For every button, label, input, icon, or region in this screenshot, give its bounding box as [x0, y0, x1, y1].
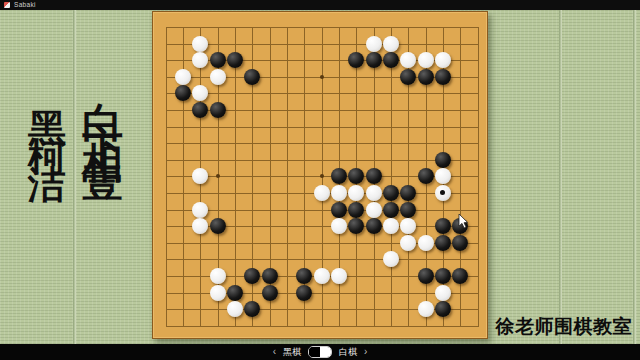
stone-black[interactable]	[383, 202, 399, 218]
stone-white[interactable]	[192, 36, 208, 52]
stone-white[interactable]	[366, 185, 382, 201]
stone-black[interactable]	[418, 168, 434, 184]
next-arrow-icon[interactable]: ›	[364, 344, 367, 360]
stone-white[interactable]	[192, 52, 208, 68]
stone-black[interactable]	[383, 185, 399, 201]
stone-black[interactable]	[175, 85, 191, 101]
stone-black[interactable]	[452, 268, 468, 284]
stone-black[interactable]	[366, 168, 382, 184]
black-half-icon	[309, 347, 320, 357]
stone-white[interactable]	[314, 268, 330, 284]
stone-black[interactable]	[210, 218, 226, 234]
stone-white[interactable]	[210, 285, 226, 301]
window-title: Sabaki	[14, 0, 36, 10]
stone-white[interactable]	[192, 218, 208, 234]
stone-black[interactable]	[452, 235, 468, 251]
stone-white[interactable]	[331, 185, 347, 201]
tatami-seam	[633, 10, 636, 344]
stone-black[interactable]	[383, 52, 399, 68]
stone-white[interactable]	[418, 301, 434, 317]
stone-black[interactable]	[296, 268, 312, 284]
player-toggle-bar: ‹ 黑棋 白棋 ›	[0, 344, 640, 360]
grid-line-v	[166, 27, 167, 327]
stone-black[interactable]	[400, 69, 416, 85]
stone-white[interactable]	[383, 218, 399, 234]
stone-white[interactable]	[383, 251, 399, 267]
stone-white[interactable]	[366, 202, 382, 218]
stone-white[interactable]	[435, 285, 451, 301]
stone-black[interactable]	[400, 202, 416, 218]
white-player-label: 白卞相壹	[76, 70, 131, 146]
stone-white[interactable]	[227, 301, 243, 317]
stone-white[interactable]	[418, 52, 434, 68]
stone-white[interactable]	[331, 218, 347, 234]
stone-white[interactable]	[400, 52, 416, 68]
grid-line-v	[478, 27, 479, 327]
stone-black[interactable]	[348, 202, 364, 218]
stone-white[interactable]	[210, 69, 226, 85]
stone-black[interactable]	[262, 285, 278, 301]
stone-black[interactable]	[331, 202, 347, 218]
stone-white[interactable]	[418, 235, 434, 251]
star-point	[320, 75, 324, 79]
star-point	[320, 174, 324, 178]
stone-black[interactable]	[348, 218, 364, 234]
classroom-caption: 徐老师围棋教室	[496, 314, 633, 340]
stone-white[interactable]	[435, 52, 451, 68]
stone-black[interactable]	[210, 102, 226, 118]
stone-black[interactable]	[244, 69, 260, 85]
stone-white[interactable]	[383, 36, 399, 52]
stone-white[interactable]	[210, 268, 226, 284]
stone-black[interactable]	[435, 69, 451, 85]
stone-black[interactable]	[331, 168, 347, 184]
stone-black[interactable]	[296, 285, 312, 301]
stone-black[interactable]	[262, 268, 278, 284]
tatami-seam	[559, 10, 562, 344]
stone-black[interactable]	[348, 52, 364, 68]
prev-arrow-icon[interactable]: ‹	[273, 344, 276, 360]
stone-black[interactable]	[244, 301, 260, 317]
stone-black[interactable]	[435, 235, 451, 251]
tatami-seam	[73, 10, 76, 344]
stone-white[interactable]	[192, 202, 208, 218]
title-bar: Sabaki	[0, 0, 640, 10]
goban[interactable]	[152, 11, 488, 339]
stone-black[interactable]	[366, 52, 382, 68]
black-turn-label: 黑棋	[283, 346, 301, 359]
app-icon	[4, 2, 10, 8]
stone-black[interactable]	[435, 301, 451, 317]
white-half-icon	[320, 347, 331, 357]
black-player-label: 黑柯洁	[21, 80, 72, 161]
stone-black[interactable]	[366, 218, 382, 234]
turn-toggle-icon[interactable]	[308, 346, 332, 358]
stone-black[interactable]	[435, 268, 451, 284]
stone-black[interactable]	[227, 52, 243, 68]
stone-white[interactable]	[314, 185, 330, 201]
grid-line-v	[235, 27, 236, 327]
stone-black[interactable]	[435, 218, 451, 234]
stone-white[interactable]	[435, 168, 451, 184]
stone-white[interactable]	[348, 185, 364, 201]
stone-black[interactable]	[244, 268, 260, 284]
white-turn-label: 白棋	[339, 346, 357, 359]
stone-black[interactable]	[210, 52, 226, 68]
stone-white[interactable]	[192, 85, 208, 101]
stone-black[interactable]	[435, 152, 451, 168]
star-point	[216, 174, 220, 178]
stone-black[interactable]	[400, 185, 416, 201]
stone-black[interactable]	[227, 285, 243, 301]
stone-black[interactable]	[348, 168, 364, 184]
stone-black[interactable]	[418, 69, 434, 85]
stone-white[interactable]	[400, 235, 416, 251]
grid-line-v	[287, 27, 288, 327]
stone-white[interactable]	[331, 268, 347, 284]
stone-white[interactable]	[366, 36, 382, 52]
stone-white[interactable]	[192, 168, 208, 184]
stone-black[interactable]	[192, 102, 208, 118]
stone-white[interactable]	[400, 218, 416, 234]
stone-white[interactable]	[175, 69, 191, 85]
mouse-cursor	[458, 214, 470, 230]
stone-black[interactable]	[418, 268, 434, 284]
grid-line-v	[391, 27, 392, 327]
